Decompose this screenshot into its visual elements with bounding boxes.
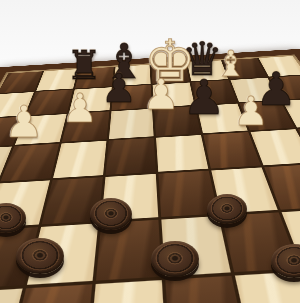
square-d5	[106, 138, 156, 175]
black-rook[interactable]: ♜	[64, 45, 104, 85]
white-pawn-a5[interactable]: ♟	[2, 100, 46, 144]
square-d2	[88, 280, 166, 303]
dark-checker-f3[interactable]	[207, 194, 247, 224]
black-pawn-d7[interactable]: ♟	[99, 68, 139, 108]
white-pawn-e7[interactable]: ♟	[140, 74, 182, 116]
dark-checker-d3[interactable]	[90, 198, 132, 230]
white-pawn-b6[interactable]: ♟	[60, 88, 100, 128]
photo-scene: ♛ ♝ ♝ ♜ ♚ ♟ ♟ ♟ ♟ ♟ ♟ ♟	[0, 0, 300, 303]
white-pawn-g6[interactable]: ♟	[231, 91, 271, 131]
black-pawn-f7[interactable]: ♟	[180, 73, 228, 121]
square-c5	[53, 141, 106, 178]
square-b2	[0, 289, 23, 303]
dark-checker-c2[interactable]	[16, 238, 64, 274]
square-e5	[156, 135, 208, 172]
dark-checker-e2[interactable]	[151, 241, 199, 277]
